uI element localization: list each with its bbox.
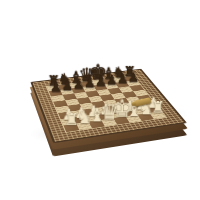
black-pawn-a7[interactable]: ♟ — [44, 80, 67, 94]
square-a1[interactable]: ♜ — [64, 124, 80, 132]
board-tilt-group: ♜♞♝♛♚♝♞♜♟♟♟♟♟♟♟♟♟♟♟♟♟♟♟♟♜♞♝♛♚♝♞♜ — [30, 69, 187, 143]
white-rook-a1[interactable]: ♜ — [58, 112, 84, 128]
board-grid: ♜♞♝♛♚♝♞♜♟♟♟♟♟♟♟♟♟♟♟♟♟♟♟♟♜♞♝♛♚♝♞♜ — [47, 76, 166, 132]
product-photo-chess-set: ♜♞♝♛♚♝♞♜♟♟♟♟♟♟♟♟♟♟♟♟♟♟♟♟♜♞♝♛♚♝♞♜ — [0, 0, 200, 200]
clasp-knob-icon — [131, 102, 137, 107]
